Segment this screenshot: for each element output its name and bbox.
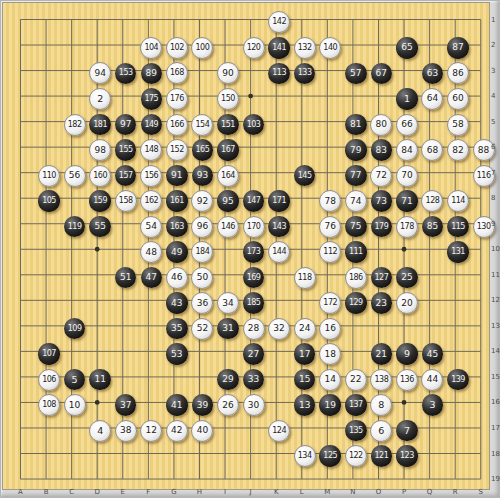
white-stone-162[interactable]: 162 bbox=[140, 190, 162, 212]
white-stone-26[interactable]: 26 bbox=[217, 394, 239, 416]
white-stone-148[interactable]: 148 bbox=[140, 139, 162, 161]
white-stone-170[interactable]: 170 bbox=[243, 216, 265, 238]
white-stone-46[interactable]: 46 bbox=[166, 267, 188, 289]
white-stone-44[interactable]: 44 bbox=[421, 369, 443, 391]
black-stone-25[interactable]: 25 bbox=[396, 267, 418, 289]
black-stone-73[interactable]: 73 bbox=[371, 190, 393, 212]
black-stone-133[interactable]: 133 bbox=[294, 63, 316, 85]
black-stone-143[interactable]: 143 bbox=[268, 216, 290, 238]
white-stone-78[interactable]: 78 bbox=[319, 190, 341, 212]
white-stone-52[interactable]: 52 bbox=[191, 318, 213, 340]
black-stone-121[interactable]: 121 bbox=[371, 445, 393, 467]
white-stone-152[interactable]: 152 bbox=[166, 139, 188, 161]
black-stone-125[interactable]: 125 bbox=[319, 445, 341, 467]
black-stone-51[interactable]: 51 bbox=[115, 267, 137, 289]
white-stone-76[interactable]: 76 bbox=[319, 216, 341, 238]
black-stone-113[interactable]: 113 bbox=[268, 63, 290, 85]
row-label-12: 12 bbox=[491, 296, 500, 304]
row-label-15: 15 bbox=[491, 373, 500, 381]
white-stone-30[interactable]: 30 bbox=[243, 394, 265, 416]
white-stone-28[interactable]: 28 bbox=[243, 318, 265, 340]
black-stone-53[interactable]: 53 bbox=[166, 343, 188, 365]
black-stone-179[interactable]: 179 bbox=[371, 216, 393, 238]
black-stone-165[interactable]: 165 bbox=[192, 139, 214, 161]
black-stone-67[interactable]: 67 bbox=[371, 63, 393, 85]
black-stone-21[interactable]: 21 bbox=[371, 343, 393, 365]
white-stone-2[interactable]: 2 bbox=[89, 88, 111, 110]
white-stone-64[interactable]: 64 bbox=[421, 88, 443, 110]
black-stone-17[interactable]: 17 bbox=[294, 343, 316, 365]
white-stone-112[interactable]: 112 bbox=[319, 241, 341, 263]
white-stone-120[interactable]: 120 bbox=[243, 37, 265, 59]
white-stone-86[interactable]: 86 bbox=[447, 62, 469, 84]
column-label-D: D bbox=[95, 488, 100, 496]
row-label-18: 18 bbox=[491, 450, 500, 458]
black-stone-139[interactable]: 139 bbox=[447, 369, 469, 391]
black-stone-135[interactable]: 135 bbox=[345, 420, 367, 442]
black-stone-85[interactable]: 85 bbox=[422, 216, 444, 238]
white-stone-50[interactable]: 50 bbox=[191, 267, 213, 289]
column-label-H: H bbox=[197, 488, 202, 496]
white-stone-132[interactable]: 132 bbox=[294, 37, 316, 59]
black-stone-75[interactable]: 75 bbox=[345, 216, 367, 238]
white-stone-74[interactable]: 74 bbox=[345, 190, 367, 212]
black-stone-7[interactable]: 7 bbox=[396, 420, 418, 442]
white-stone-24[interactable]: 24 bbox=[294, 318, 316, 340]
black-stone-119[interactable]: 119 bbox=[64, 216, 86, 238]
goban[interactable]: 1421041021001201411321406587941538916890… bbox=[3, 3, 489, 489]
black-stone-103[interactable]: 103 bbox=[243, 114, 265, 136]
white-stone-138[interactable]: 138 bbox=[370, 369, 392, 391]
white-stone-6[interactable]: 6 bbox=[370, 420, 392, 442]
black-stone-35[interactable]: 35 bbox=[166, 318, 188, 340]
white-stone-114[interactable]: 114 bbox=[447, 190, 469, 212]
black-stone-71[interactable]: 71 bbox=[396, 190, 418, 212]
white-stone-48[interactable]: 48 bbox=[140, 241, 162, 263]
black-stone-155[interactable]: 155 bbox=[115, 139, 137, 161]
black-stone-1[interactable]: 1 bbox=[396, 88, 418, 110]
black-stone-159[interactable]: 159 bbox=[89, 190, 111, 212]
row-label-2: 2 bbox=[491, 41, 495, 49]
black-stone-9[interactable]: 9 bbox=[396, 343, 418, 365]
black-stone-41[interactable]: 41 bbox=[166, 394, 188, 416]
white-stone-186[interactable]: 186 bbox=[345, 267, 367, 289]
black-stone-91[interactable]: 91 bbox=[166, 165, 188, 187]
black-stone-153[interactable]: 153 bbox=[115, 63, 137, 85]
white-stone-96[interactable]: 96 bbox=[191, 216, 213, 238]
white-stone-90[interactable]: 90 bbox=[217, 62, 239, 84]
black-stone-151[interactable]: 151 bbox=[217, 114, 239, 136]
column-label-A: A bbox=[18, 488, 23, 496]
row-label-7: 7 bbox=[491, 169, 495, 177]
white-stone-34[interactable]: 34 bbox=[217, 292, 239, 314]
white-stone-178[interactable]: 178 bbox=[396, 216, 418, 238]
black-stone-89[interactable]: 89 bbox=[141, 63, 163, 85]
row-label-10: 10 bbox=[491, 245, 500, 253]
black-stone-11[interactable]: 11 bbox=[89, 369, 111, 391]
row-label-3: 3 bbox=[491, 67, 495, 75]
white-stone-94[interactable]: 94 bbox=[89, 62, 111, 84]
white-stone-150[interactable]: 150 bbox=[217, 88, 239, 110]
column-label-M: M bbox=[324, 488, 330, 496]
white-stone-16[interactable]: 16 bbox=[319, 318, 341, 340]
go-board-window: 1421041021001201411321406587941538916890… bbox=[0, 0, 500, 498]
white-stone-54[interactable]: 54 bbox=[140, 216, 162, 238]
column-label-F: F bbox=[146, 488, 150, 496]
black-stone-93[interactable]: 93 bbox=[192, 165, 214, 187]
white-stone-108[interactable]: 108 bbox=[38, 394, 60, 416]
white-stone-68[interactable]: 68 bbox=[421, 139, 443, 161]
black-stone-149[interactable]: 149 bbox=[141, 114, 163, 136]
white-stone-146[interactable]: 146 bbox=[217, 216, 239, 238]
black-stone-3[interactable]: 3 bbox=[422, 394, 444, 416]
white-stone-18[interactable]: 18 bbox=[319, 343, 341, 365]
white-stone-32[interactable]: 32 bbox=[268, 318, 290, 340]
white-stone-58[interactable]: 58 bbox=[447, 114, 469, 136]
white-stone-80[interactable]: 80 bbox=[370, 114, 392, 136]
white-stone-38[interactable]: 38 bbox=[115, 420, 137, 442]
black-stone-185[interactable]: 185 bbox=[243, 292, 265, 314]
row-label-4: 4 bbox=[491, 92, 495, 100]
black-stone-13[interactable]: 13 bbox=[294, 394, 316, 416]
white-stone-100[interactable]: 100 bbox=[191, 37, 213, 59]
black-stone-79[interactable]: 79 bbox=[345, 139, 367, 161]
white-stone-154[interactable]: 154 bbox=[191, 114, 213, 136]
black-stone-109[interactable]: 109 bbox=[64, 318, 86, 340]
row-label-5: 5 bbox=[491, 118, 495, 126]
white-stone-156[interactable]: 156 bbox=[140, 165, 162, 187]
black-stone-83[interactable]: 83 bbox=[371, 139, 393, 161]
row-label-11: 11 bbox=[491, 271, 500, 279]
row-label-16: 16 bbox=[491, 398, 500, 406]
white-stone-176[interactable]: 176 bbox=[166, 88, 188, 110]
white-stone-60[interactable]: 60 bbox=[447, 88, 469, 110]
white-stone-124[interactable]: 124 bbox=[268, 420, 290, 442]
black-stone-57[interactable]: 57 bbox=[345, 63, 367, 85]
column-label-L: L bbox=[300, 488, 304, 496]
white-stone-14[interactable]: 14 bbox=[319, 369, 341, 391]
black-stone-65[interactable]: 65 bbox=[396, 37, 418, 59]
white-stone-140[interactable]: 140 bbox=[319, 37, 341, 59]
black-stone-161[interactable]: 161 bbox=[166, 190, 188, 212]
column-label-P: P bbox=[402, 488, 406, 496]
column-label-I: I bbox=[224, 488, 226, 496]
white-stone-106[interactable]: 106 bbox=[38, 369, 60, 391]
white-stone-134[interactable]: 134 bbox=[294, 445, 316, 467]
row-label-6: 6 bbox=[491, 143, 495, 151]
black-stone-147[interactable]: 147 bbox=[243, 190, 265, 212]
column-label-Q: Q bbox=[427, 488, 433, 496]
column-label-K: K bbox=[274, 488, 279, 496]
white-stone-10[interactable]: 10 bbox=[64, 394, 86, 416]
black-stone-15[interactable]: 15 bbox=[294, 369, 316, 391]
black-stone-81[interactable]: 81 bbox=[345, 114, 367, 136]
white-stone-158[interactable]: 158 bbox=[115, 190, 137, 212]
row-label-9: 9 bbox=[491, 220, 495, 228]
black-stone-45[interactable]: 45 bbox=[422, 343, 444, 365]
white-stone-72[interactable]: 72 bbox=[370, 165, 392, 187]
black-stone-111[interactable]: 111 bbox=[345, 241, 367, 263]
board-intersections[interactable]: 1421041021001201411321406587941538916890… bbox=[11, 10, 497, 495]
black-stone-145[interactable]: 145 bbox=[294, 165, 316, 187]
black-stone-169[interactable]: 169 bbox=[243, 267, 265, 289]
black-stone-19[interactable]: 19 bbox=[319, 394, 341, 416]
white-stone-166[interactable]: 166 bbox=[166, 114, 188, 136]
white-stone-172[interactable]: 172 bbox=[319, 292, 341, 314]
white-stone-8[interactable]: 8 bbox=[370, 394, 392, 416]
column-label-B: B bbox=[44, 488, 49, 496]
black-stone-23[interactable]: 23 bbox=[371, 292, 393, 314]
row-label-13: 13 bbox=[491, 322, 500, 330]
black-stone-87[interactable]: 87 bbox=[447, 37, 469, 59]
black-stone-39[interactable]: 39 bbox=[192, 394, 214, 416]
black-stone-31[interactable]: 31 bbox=[217, 318, 239, 340]
black-stone-163[interactable]: 163 bbox=[166, 216, 188, 238]
black-stone-173[interactable]: 173 bbox=[243, 241, 265, 263]
white-stone-98[interactable]: 98 bbox=[89, 139, 111, 161]
white-stone-142[interactable]: 142 bbox=[268, 11, 290, 33]
row-label-1: 1 bbox=[491, 16, 495, 24]
black-stone-49[interactable]: 49 bbox=[166, 241, 188, 263]
black-stone-167[interactable]: 167 bbox=[217, 139, 239, 161]
black-stone-157[interactable]: 157 bbox=[115, 165, 137, 187]
row-label-14: 14 bbox=[491, 347, 500, 355]
white-stone-12[interactable]: 12 bbox=[140, 420, 162, 442]
white-stone-92[interactable]: 92 bbox=[191, 190, 213, 212]
black-stone-129[interactable]: 129 bbox=[345, 292, 367, 314]
column-label-O: O bbox=[376, 488, 382, 496]
white-stone-84[interactable]: 84 bbox=[396, 139, 418, 161]
white-stone-104[interactable]: 104 bbox=[140, 37, 162, 59]
black-stone-95[interactable]: 95 bbox=[217, 190, 239, 212]
white-stone-128[interactable]: 128 bbox=[421, 190, 443, 212]
white-stone-4[interactable]: 4 bbox=[89, 420, 111, 442]
row-label-19: 19 bbox=[491, 475, 500, 483]
white-stone-42[interactable]: 42 bbox=[166, 420, 188, 442]
white-stone-102[interactable]: 102 bbox=[166, 37, 188, 59]
row-label-8: 8 bbox=[491, 194, 495, 202]
black-stone-115[interactable]: 115 bbox=[447, 216, 469, 238]
black-stone-141[interactable]: 141 bbox=[268, 37, 290, 59]
white-stone-36[interactable]: 36 bbox=[191, 292, 213, 314]
column-label-E: E bbox=[121, 488, 125, 496]
white-stone-22[interactable]: 22 bbox=[345, 369, 367, 391]
black-stone-171[interactable]: 171 bbox=[268, 190, 290, 212]
black-stone-37[interactable]: 37 bbox=[115, 394, 137, 416]
column-label-S: S bbox=[479, 488, 483, 496]
black-stone-175[interactable]: 175 bbox=[141, 88, 163, 110]
white-stone-182[interactable]: 182 bbox=[64, 114, 86, 136]
white-stone-136[interactable]: 136 bbox=[396, 369, 418, 391]
column-label-G: G bbox=[171, 488, 176, 496]
column-label-N: N bbox=[350, 488, 355, 496]
white-stone-122[interactable]: 122 bbox=[345, 445, 367, 467]
black-stone-29[interactable]: 29 bbox=[217, 369, 239, 391]
row-label-17: 17 bbox=[491, 424, 500, 432]
white-stone-40[interactable]: 40 bbox=[191, 420, 213, 442]
black-stone-5[interactable]: 5 bbox=[64, 369, 86, 391]
black-stone-137[interactable]: 137 bbox=[345, 394, 367, 416]
column-label-C: C bbox=[69, 488, 74, 496]
white-stone-184[interactable]: 184 bbox=[191, 241, 213, 263]
black-stone-127[interactable]: 127 bbox=[371, 267, 393, 289]
white-stone-164[interactable]: 164 bbox=[217, 165, 239, 187]
column-label-R: R bbox=[453, 488, 458, 496]
white-stone-20[interactable]: 20 bbox=[396, 292, 418, 314]
black-stone-77[interactable]: 77 bbox=[345, 165, 367, 187]
black-stone-63[interactable]: 63 bbox=[422, 63, 444, 85]
black-stone-105[interactable]: 105 bbox=[38, 190, 60, 212]
white-stone-82[interactable]: 82 bbox=[447, 139, 469, 161]
black-stone-107[interactable]: 107 bbox=[38, 343, 60, 365]
black-stone-33[interactable]: 33 bbox=[243, 369, 265, 391]
black-stone-43[interactable]: 43 bbox=[166, 292, 188, 314]
black-stone-181[interactable]: 181 bbox=[89, 114, 111, 136]
black-stone-47[interactable]: 47 bbox=[141, 267, 163, 289]
white-stone-144[interactable]: 144 bbox=[268, 241, 290, 263]
white-stone-118[interactable]: 118 bbox=[294, 267, 316, 289]
black-stone-97[interactable]: 97 bbox=[115, 114, 137, 136]
black-stone-55[interactable]: 55 bbox=[89, 216, 111, 238]
black-stone-27[interactable]: 27 bbox=[243, 343, 265, 365]
black-stone-123[interactable]: 123 bbox=[396, 445, 418, 467]
white-stone-110[interactable]: 110 bbox=[38, 165, 60, 187]
white-stone-168[interactable]: 168 bbox=[166, 62, 188, 84]
column-label-J: J bbox=[250, 488, 252, 496]
white-stone-56[interactable]: 56 bbox=[64, 165, 86, 187]
white-stone-70[interactable]: 70 bbox=[396, 165, 418, 187]
white-stone-160[interactable]: 160 bbox=[89, 165, 111, 187]
white-stone-66[interactable]: 66 bbox=[396, 114, 418, 136]
black-stone-131[interactable]: 131 bbox=[447, 241, 469, 263]
